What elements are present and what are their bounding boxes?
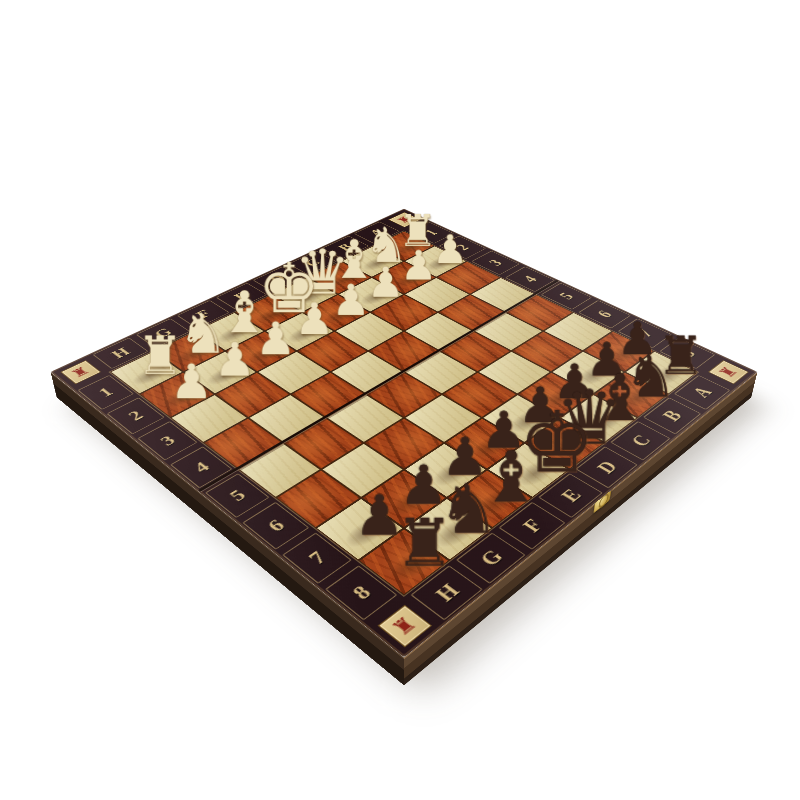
product-photo-background: ♜HGFEDCBA♜1♜♞♝♚♛♝♞♜12♟♟♟♟♟♟♟♟2334455667♟… — [0, 0, 800, 800]
black-rook-h8[interactable]: ♜ — [392, 514, 458, 575]
chess-board: ♜HGFEDCBA♜1♜♞♝♚♛♝♞♜12♟♟♟♟♟♟♟♟2334455667♟… — [50, 209, 757, 658]
square-a5[interactable] — [506, 294, 574, 331]
board-grid: ♜HGFEDCBA♜1♜♞♝♚♛♝♞♜12♟♟♟♟♟♟♟♟2334455667♟… — [50, 209, 757, 658]
white-pawn-h2[interactable]: ♟ — [164, 360, 218, 404]
